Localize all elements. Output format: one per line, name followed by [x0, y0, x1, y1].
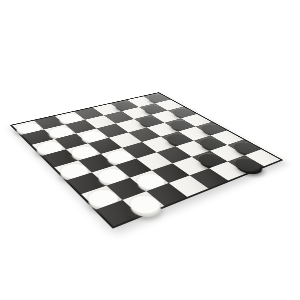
checkers-board: ●●●●●●●●●●●●●●●●●●●●●●●●: [10, 92, 284, 228]
product-photo: ●●●●●●●●●●●●●●●●●●●●●●●●: [0, 0, 300, 300]
